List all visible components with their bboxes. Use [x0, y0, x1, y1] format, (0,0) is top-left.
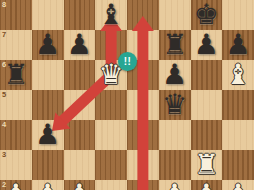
square-e4[interactable] [127, 120, 159, 150]
rank-label-8: 8 [2, 1, 6, 9]
brilliant-move-badge: !! [118, 52, 137, 71]
square-a3[interactable]: 3 [0, 150, 32, 180]
square-b8[interactable] [32, 0, 64, 30]
square-b5[interactable] [32, 90, 64, 120]
piece-black-pawn-c7[interactable]: ♟ [64, 30, 96, 60]
piece-white-pawn-h2[interactable]: ♟ [222, 180, 254, 190]
square-d2[interactable] [95, 180, 127, 190]
rank-label-5: 5 [2, 91, 6, 99]
square-a7[interactable]: 7 [0, 30, 32, 60]
piece-black-queen-f5[interactable]: ♛ [159, 90, 191, 120]
square-e3[interactable] [127, 150, 159, 180]
piece-black-rook-a6[interactable]: ♜ [0, 60, 32, 90]
square-h8[interactable] [222, 0, 254, 30]
square-h5[interactable] [222, 90, 254, 120]
square-f3[interactable] [159, 150, 191, 180]
square-h3[interactable] [222, 150, 254, 180]
piece-white-pawn-c2[interactable]: ♟ [64, 180, 96, 190]
square-d3[interactable] [95, 150, 127, 180]
square-e8[interactable] [127, 0, 159, 30]
square-c8[interactable] [64, 0, 96, 30]
square-g4[interactable] [191, 120, 223, 150]
piece-black-pawn-b7[interactable]: ♟ [32, 30, 64, 60]
piece-black-bishop-d8[interactable]: ♝ [95, 0, 127, 30]
square-a4[interactable]: 4 [0, 120, 32, 150]
rank-label-3: 3 [2, 151, 6, 159]
piece-white-bishop-h6[interactable]: ♝ [222, 60, 254, 90]
rank-label-7: 7 [2, 31, 6, 39]
square-f4[interactable] [159, 120, 191, 150]
square-g6[interactable] [191, 60, 223, 90]
square-e5[interactable] [127, 90, 159, 120]
square-c3[interactable] [64, 150, 96, 180]
piece-white-pawn-b2[interactable]: ♟ [32, 180, 64, 190]
square-f8[interactable] [159, 0, 191, 30]
square-a5[interactable]: 5 [0, 90, 32, 120]
square-b6[interactable] [32, 60, 64, 90]
piece-white-pawn-f2[interactable]: ♟ [159, 180, 191, 190]
piece-black-rook-f7[interactable]: ♜ [159, 30, 191, 60]
rank-label-4: 4 [2, 121, 6, 129]
piece-black-pawn-g7[interactable]: ♟ [191, 30, 223, 60]
piece-white-pawn-a2[interactable]: ♟ [0, 180, 32, 190]
piece-black-king-g8[interactable]: ♚ [191, 0, 223, 30]
piece-black-pawn-h7[interactable]: ♟ [222, 30, 254, 60]
square-c5[interactable] [64, 90, 96, 120]
piece-white-rook-g3[interactable]: ♜ [191, 150, 223, 180]
chess-board-screenshot: 8765432 ♝♚♟♟♜♟♟♜♛♟♝♛♟♜♟♟♟♟♟♟ !! [0, 0, 254, 190]
square-d4[interactable] [95, 120, 127, 150]
piece-white-pawn-g2[interactable]: ♟ [191, 180, 223, 190]
piece-black-pawn-f6[interactable]: ♟ [159, 60, 191, 90]
brilliant-move-glyph: !! [124, 56, 132, 67]
square-e2[interactable] [127, 180, 159, 190]
piece-black-pawn-b4[interactable]: ♟ [32, 120, 64, 150]
square-b3[interactable] [32, 150, 64, 180]
square-h4[interactable] [222, 120, 254, 150]
square-a8[interactable]: 8 [0, 0, 32, 30]
square-c6[interactable] [64, 60, 96, 90]
square-c4[interactable] [64, 120, 96, 150]
square-g5[interactable] [191, 90, 223, 120]
square-d5[interactable] [95, 90, 127, 120]
